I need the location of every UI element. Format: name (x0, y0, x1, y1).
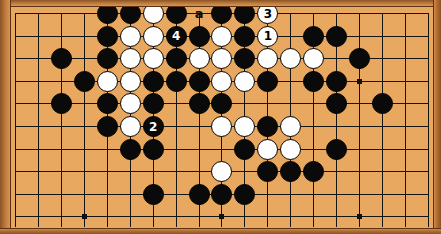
go-stone-black[interactable] (234, 184, 255, 205)
go-stone-white[interactable] (211, 48, 232, 69)
go-stone-black[interactable]: 2 (143, 116, 164, 137)
go-stone-black[interactable] (280, 161, 301, 182)
star-point (82, 214, 87, 219)
go-stone-black[interactable] (257, 116, 278, 137)
go-stone-white[interactable] (143, 26, 164, 47)
go-stone-white[interactable] (211, 71, 232, 92)
move-number-3: 3 (264, 8, 272, 20)
go-stone-white[interactable] (303, 48, 324, 69)
go-board: 3412a (0, 0, 441, 234)
go-stone-white[interactable]: 1 (257, 26, 278, 47)
board-frame-bottom (0, 228, 441, 234)
go-stone-black[interactable] (234, 139, 255, 160)
go-stone-black[interactable] (189, 93, 210, 114)
board-frame-right (433, 0, 441, 234)
go-stone-black[interactable] (211, 93, 232, 114)
board-frame-top (0, 0, 441, 7)
go-stone-black[interactable] (51, 93, 72, 114)
go-stone-black[interactable] (326, 93, 347, 114)
go-stone-black[interactable] (97, 93, 118, 114)
go-stone-black[interactable] (189, 184, 210, 205)
go-stone-black[interactable] (303, 161, 324, 182)
go-stone-black[interactable] (326, 26, 347, 47)
go-stone-white[interactable] (120, 116, 141, 137)
go-stone-white[interactable] (211, 116, 232, 137)
move-number-1: 1 (264, 30, 272, 42)
board-frame-left (0, 0, 11, 234)
go-stone-black[interactable] (326, 71, 347, 92)
go-stone-black[interactable] (234, 48, 255, 69)
star-point (357, 214, 362, 219)
go-stone-white[interactable] (120, 71, 141, 92)
go-stone-black[interactable] (257, 161, 278, 182)
go-stone-white[interactable] (280, 48, 301, 69)
go-stone-black[interactable] (143, 93, 164, 114)
go-stone-black[interactable] (189, 26, 210, 47)
go-stone-black[interactable] (143, 71, 164, 92)
go-stone-black[interactable] (211, 184, 232, 205)
go-stone-black[interactable]: 4 (166, 26, 187, 47)
go-stone-black[interactable] (189, 71, 210, 92)
move-number-2: 2 (149, 121, 157, 133)
go-stone-black[interactable] (120, 139, 141, 160)
go-stone-black[interactable] (143, 184, 164, 205)
go-stone-white[interactable] (120, 48, 141, 69)
go-stone-black[interactable] (143, 139, 164, 160)
go-stone-black[interactable] (166, 71, 187, 92)
go-stone-white[interactable] (143, 48, 164, 69)
go-stone-white[interactable] (280, 139, 301, 160)
go-stone-black[interactable] (257, 71, 278, 92)
go-stone-white[interactable] (189, 48, 210, 69)
go-stone-black[interactable] (97, 116, 118, 137)
go-stone-white[interactable] (280, 116, 301, 137)
go-stone-white[interactable] (234, 116, 255, 137)
go-stone-black[interactable] (349, 48, 370, 69)
go-stone-white[interactable] (97, 71, 118, 92)
grid-line-horizontal (15, 149, 429, 150)
move-number-4: 4 (172, 30, 180, 42)
go-stone-white[interactable] (211, 26, 232, 47)
goban-surface[interactable]: 3412a (0, 0, 441, 234)
go-stone-black[interactable] (74, 71, 95, 92)
go-stone-white[interactable] (120, 26, 141, 47)
go-stone-black[interactable] (372, 93, 393, 114)
star-point (219, 214, 224, 219)
go-stone-black[interactable] (166, 48, 187, 69)
go-stone-white[interactable] (120, 93, 141, 114)
go-stone-black[interactable] (234, 26, 255, 47)
go-stone-black[interactable] (51, 48, 72, 69)
go-stone-white[interactable] (257, 139, 278, 160)
label-a: a (191, 6, 207, 22)
go-stone-black[interactable] (97, 26, 118, 47)
go-stone-white[interactable] (234, 71, 255, 92)
go-stone-black[interactable] (303, 26, 324, 47)
go-stone-black[interactable] (97, 48, 118, 69)
star-point (357, 79, 362, 84)
go-stone-white[interactable] (211, 161, 232, 182)
go-stone-black[interactable] (326, 139, 347, 160)
go-stone-black[interactable] (303, 71, 324, 92)
go-stone-white[interactable] (257, 48, 278, 69)
